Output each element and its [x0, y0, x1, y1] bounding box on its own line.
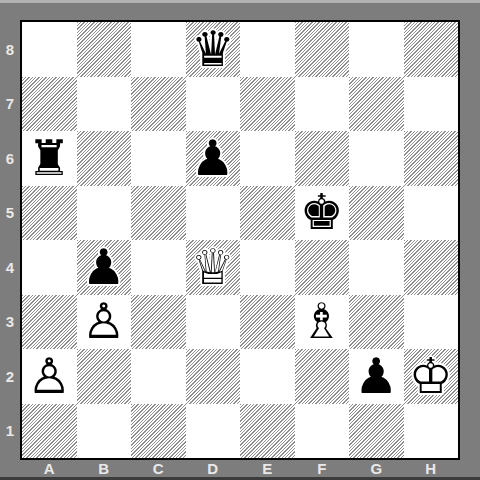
square-e3[interactable] [240, 295, 295, 350]
piece-black-queen[interactable]: ♛♛ [186, 22, 241, 77]
file-label-f: F [295, 459, 350, 478]
square-g8[interactable] [349, 22, 404, 77]
rank-label-8: 8 [0, 22, 20, 77]
rank-label-5: 5 [0, 186, 20, 241]
square-d4[interactable]: ♛♕ [186, 240, 241, 295]
square-d3[interactable] [186, 295, 241, 350]
file-label-a: A [22, 459, 77, 478]
square-a6[interactable]: ♜♜ [22, 131, 77, 186]
rank-label-7: 7 [0, 77, 20, 132]
file-label-d: D [186, 459, 241, 478]
square-f1[interactable] [295, 404, 350, 459]
black-king-icon: ♚ [300, 188, 344, 237]
square-h1[interactable] [404, 404, 459, 459]
square-f4[interactable] [295, 240, 350, 295]
piece-black-king[interactable]: ♚♚ [295, 186, 350, 241]
square-c3[interactable] [131, 295, 186, 350]
square-h4[interactable] [404, 240, 459, 295]
file-label-e: E [240, 459, 295, 478]
piece-white-bishop[interactable]: ♝♗ [295, 295, 350, 350]
square-f2[interactable] [295, 349, 350, 404]
white-pawn-icon: ♙ [27, 352, 71, 401]
square-c8[interactable] [131, 22, 186, 77]
square-f5[interactable]: ♚♚ [295, 186, 350, 241]
piece-white-pawn[interactable]: ♟♙ [77, 295, 132, 350]
file-labels: ABCDEFGH [22, 459, 458, 478]
square-d1[interactable] [186, 404, 241, 459]
white-bishop-icon: ♗ [300, 297, 344, 346]
square-h3[interactable] [404, 295, 459, 350]
white-queen-icon: ♕ [191, 243, 235, 292]
rank-label-4: 4 [0, 240, 20, 295]
piece-black-pawn[interactable]: ♟♟ [186, 131, 241, 186]
square-b4[interactable]: ♟♟ [77, 240, 132, 295]
square-f8[interactable] [295, 22, 350, 77]
square-h8[interactable] [404, 22, 459, 77]
square-b2[interactable] [77, 349, 132, 404]
black-pawn-icon: ♟ [82, 243, 126, 292]
square-c5[interactable] [131, 186, 186, 241]
white-pawn-icon: ♙ [82, 297, 126, 346]
square-f3[interactable]: ♝♗ [295, 295, 350, 350]
piece-white-queen[interactable]: ♛♕ [186, 240, 241, 295]
square-g6[interactable] [349, 131, 404, 186]
file-label-g: G [349, 459, 404, 478]
square-d5[interactable] [186, 186, 241, 241]
square-b3[interactable]: ♟♙ [77, 295, 132, 350]
square-b8[interactable] [77, 22, 132, 77]
square-g3[interactable] [349, 295, 404, 350]
piece-white-king[interactable]: ♚♔ [404, 349, 459, 404]
square-e7[interactable] [240, 77, 295, 132]
chess-diagram-frame: 87654321 ♛♛♜♜♟♟♚♚♟♟♛♕♟♙♝♗♟♙♟♟♚♔ ABCDEFGH [0, 0, 480, 480]
square-c7[interactable] [131, 77, 186, 132]
square-f6[interactable] [295, 131, 350, 186]
chess-board: ♛♛♜♜♟♟♚♚♟♟♛♕♟♙♝♗♟♙♟♟♚♔ [20, 20, 460, 460]
square-g4[interactable] [349, 240, 404, 295]
square-h6[interactable] [404, 131, 459, 186]
square-g2[interactable]: ♟♟ [349, 349, 404, 404]
square-a5[interactable] [22, 186, 77, 241]
black-rook-icon: ♜ [27, 134, 71, 183]
square-h2[interactable]: ♚♔ [404, 349, 459, 404]
square-b7[interactable] [77, 77, 132, 132]
square-a4[interactable] [22, 240, 77, 295]
black-queen-icon: ♛ [191, 25, 235, 74]
square-c4[interactable] [131, 240, 186, 295]
square-d6[interactable]: ♟♟ [186, 131, 241, 186]
square-g5[interactable] [349, 186, 404, 241]
piece-black-rook[interactable]: ♜♜ [22, 131, 77, 186]
rank-label-1: 1 [0, 404, 20, 459]
square-e2[interactable] [240, 349, 295, 404]
square-a3[interactable] [22, 295, 77, 350]
square-e8[interactable] [240, 22, 295, 77]
rank-label-2: 2 [0, 349, 20, 404]
rank-label-3: 3 [0, 295, 20, 350]
piece-black-pawn[interactable]: ♟♟ [77, 240, 132, 295]
square-e1[interactable] [240, 404, 295, 459]
square-g7[interactable] [349, 77, 404, 132]
square-d2[interactable] [186, 349, 241, 404]
white-king-icon: ♔ [409, 352, 453, 401]
square-a1[interactable] [22, 404, 77, 459]
square-h5[interactable] [404, 186, 459, 241]
square-d8[interactable]: ♛♛ [186, 22, 241, 77]
rank-labels: 87654321 [0, 22, 20, 458]
square-e4[interactable] [240, 240, 295, 295]
square-c2[interactable] [131, 349, 186, 404]
black-pawn-icon: ♟ [191, 134, 235, 183]
square-g1[interactable] [349, 404, 404, 459]
file-label-b: B [77, 459, 132, 478]
square-d7[interactable] [186, 77, 241, 132]
square-h7[interactable] [404, 77, 459, 132]
rank-label-6: 6 [0, 131, 20, 186]
square-b6[interactable] [77, 131, 132, 186]
square-e5[interactable] [240, 186, 295, 241]
square-c1[interactable] [131, 404, 186, 459]
square-a2[interactable]: ♟♙ [22, 349, 77, 404]
frame-top-highlight [0, 0, 480, 3]
square-b5[interactable] [77, 186, 132, 241]
square-e6[interactable] [240, 131, 295, 186]
black-pawn-icon: ♟ [354, 352, 398, 401]
piece-white-pawn[interactable]: ♟♙ [22, 349, 77, 404]
file-label-c: C [131, 459, 186, 478]
file-label-h: H [404, 459, 459, 478]
square-a8[interactable] [22, 22, 77, 77]
square-f7[interactable] [295, 77, 350, 132]
square-c6[interactable] [131, 131, 186, 186]
square-a7[interactable] [22, 77, 77, 132]
piece-black-pawn[interactable]: ♟♟ [349, 349, 404, 404]
square-b1[interactable] [77, 404, 132, 459]
